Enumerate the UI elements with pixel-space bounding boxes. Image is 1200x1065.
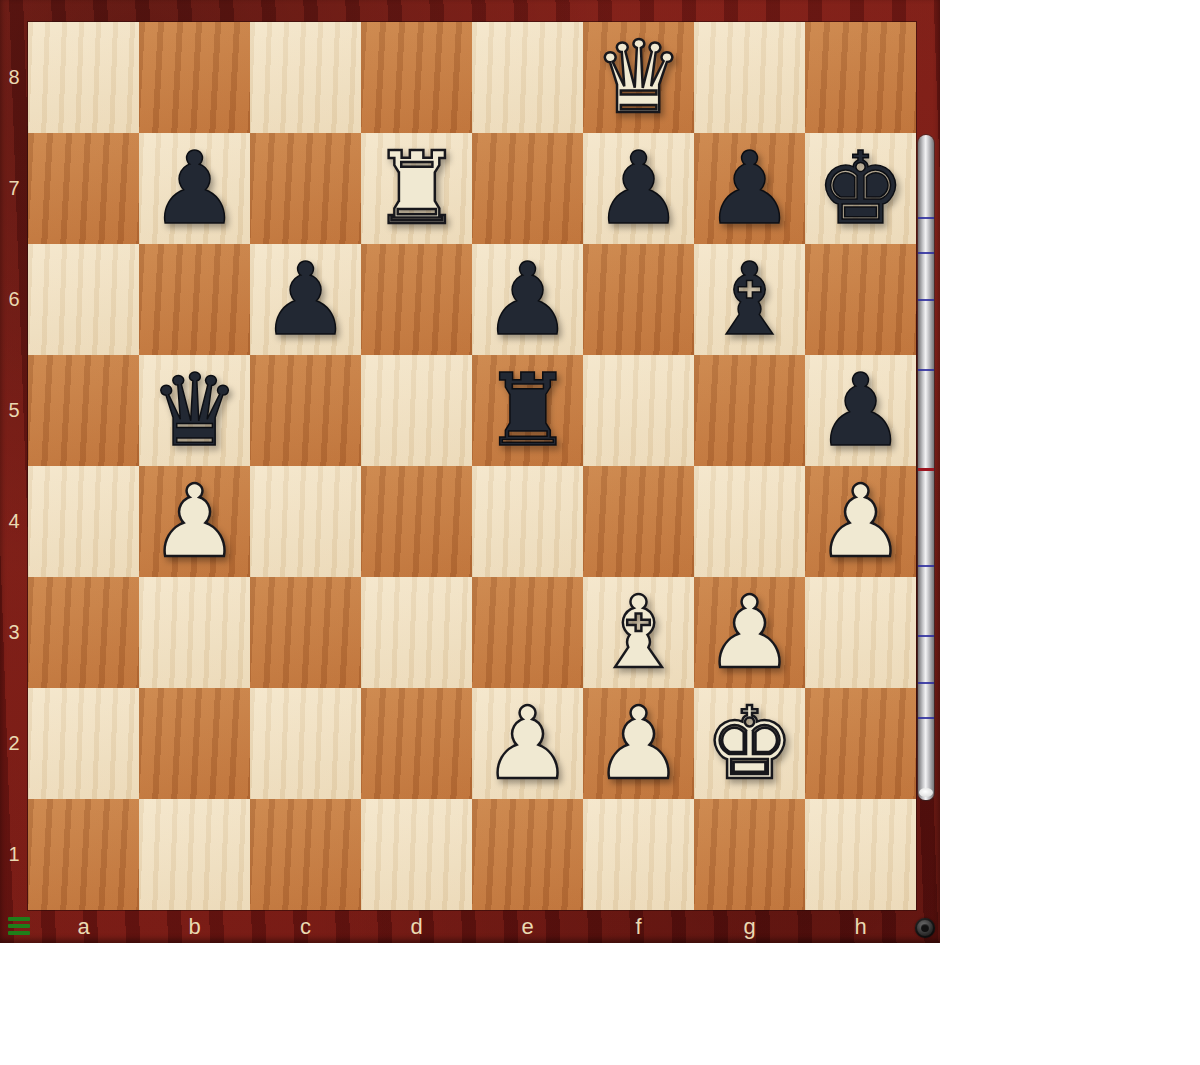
piece-black-pawn-h5[interactable]: ♟	[816, 361, 906, 461]
evaluation-tick	[918, 217, 934, 219]
square-h5[interactable]: ♟	[805, 355, 916, 466]
square-f8[interactable]: ♛	[583, 22, 694, 133]
square-c8[interactable]	[250, 22, 361, 133]
piece-white-pawn-h4[interactable]: ♟	[816, 472, 906, 572]
square-c2[interactable]	[250, 688, 361, 799]
square-h7[interactable]: ♚	[805, 133, 916, 244]
corner-knob-icon	[915, 918, 935, 938]
file-label-h: h	[805, 910, 916, 943]
square-h6[interactable]	[805, 244, 916, 355]
square-h3[interactable]	[805, 577, 916, 688]
file-label-e: e	[472, 910, 583, 943]
square-h8[interactable]	[805, 22, 916, 133]
square-c3[interactable]	[250, 577, 361, 688]
square-g2[interactable]: ♚	[694, 688, 805, 799]
hamburger-menu-icon[interactable]	[8, 917, 30, 935]
square-b5[interactable]: ♛	[139, 355, 250, 466]
square-h2[interactable]	[805, 688, 916, 799]
piece-black-pawn-b7[interactable]: ♟	[150, 139, 240, 239]
square-c5[interactable]	[250, 355, 361, 466]
square-f2[interactable]: ♟	[583, 688, 694, 799]
rank-label-8: 8	[0, 22, 28, 133]
evaluation-tick	[918, 682, 934, 684]
piece-black-rook-e5[interactable]: ♜	[483, 361, 573, 461]
piece-black-bishop-g6[interactable]: ♝	[705, 250, 795, 350]
square-c1[interactable]	[250, 799, 361, 910]
piece-black-king-h7[interactable]: ♚	[816, 139, 906, 239]
square-d8[interactable]	[361, 22, 472, 133]
rank-label-4: 4	[0, 466, 28, 577]
square-b4[interactable]: ♟	[139, 466, 250, 577]
square-b6[interactable]	[139, 244, 250, 355]
square-d2[interactable]	[361, 688, 472, 799]
file-label-d: d	[361, 910, 472, 943]
square-g4[interactable]	[694, 466, 805, 577]
square-h1[interactable]	[805, 799, 916, 910]
square-d7[interactable]: ♜	[361, 133, 472, 244]
square-g6[interactable]: ♝	[694, 244, 805, 355]
square-b7[interactable]: ♟	[139, 133, 250, 244]
square-b8[interactable]	[139, 22, 250, 133]
square-g5[interactable]	[694, 355, 805, 466]
square-d6[interactable]	[361, 244, 472, 355]
chess-app-frame: 87654321 ♛♟♜♟♟♚♟♟♝♛♜♟♟♟♝♟♟♟♚ abcdefgh	[0, 0, 940, 943]
file-label-f: f	[583, 910, 694, 943]
square-f7[interactable]: ♟	[583, 133, 694, 244]
file-label-a: a	[28, 910, 139, 943]
evaluation-tick	[918, 369, 934, 371]
rank-label-7: 7	[0, 133, 28, 244]
rank-label-6: 6	[0, 244, 28, 355]
square-g8[interactable]	[694, 22, 805, 133]
piece-white-bishop-f3[interactable]: ♝	[594, 583, 684, 683]
square-c6[interactable]: ♟	[250, 244, 361, 355]
rank-label-3: 3	[0, 577, 28, 688]
evaluation-tick	[918, 717, 934, 719]
evaluation-center-line	[918, 468, 934, 471]
square-d1[interactable]	[361, 799, 472, 910]
piece-white-pawn-e2[interactable]: ♟	[483, 694, 573, 794]
square-a5[interactable]	[28, 355, 139, 466]
square-a8[interactable]	[28, 22, 139, 133]
piece-white-rook-d7[interactable]: ♜	[372, 139, 462, 239]
square-a3[interactable]	[28, 577, 139, 688]
chess-board[interactable]: ♛♟♜♟♟♚♟♟♝♛♜♟♟♟♝♟♟♟♚	[28, 22, 916, 910]
piece-white-pawn-f2[interactable]: ♟	[594, 694, 684, 794]
square-a7[interactable]	[28, 133, 139, 244]
square-a2[interactable]	[28, 688, 139, 799]
square-a6[interactable]	[28, 244, 139, 355]
piece-black-pawn-c6[interactable]: ♟	[261, 250, 351, 350]
square-d3[interactable]	[361, 577, 472, 688]
square-f3[interactable]: ♝	[583, 577, 694, 688]
square-e2[interactable]: ♟	[472, 688, 583, 799]
square-e5[interactable]: ♜	[472, 355, 583, 466]
square-b2[interactable]	[139, 688, 250, 799]
hamburger-bar	[8, 931, 30, 935]
piece-black-queen-b5[interactable]: ♛	[150, 361, 240, 461]
evaluation-bar	[918, 135, 934, 800]
evaluation-tick	[918, 252, 934, 254]
piece-white-queen-f8[interactable]: ♛	[594, 28, 684, 128]
evaluation-tick	[918, 635, 934, 637]
evaluation-bar-bottom-cap	[919, 788, 933, 797]
evaluation-tick	[918, 299, 934, 301]
square-a4[interactable]	[28, 466, 139, 577]
piece-black-pawn-e6[interactable]: ♟	[483, 250, 573, 350]
square-f4[interactable]	[583, 466, 694, 577]
square-h4[interactable]: ♟	[805, 466, 916, 577]
square-g1[interactable]	[694, 799, 805, 910]
file-label-b: b	[139, 910, 250, 943]
rank-label-1: 1	[0, 799, 28, 910]
file-label-g: g	[694, 910, 805, 943]
piece-black-pawn-f7[interactable]: ♟	[594, 139, 684, 239]
square-f6[interactable]	[583, 244, 694, 355]
square-f5[interactable]	[583, 355, 694, 466]
hamburger-bar	[8, 924, 30, 928]
rank-label-5: 5	[0, 355, 28, 466]
square-c7[interactable]	[250, 133, 361, 244]
square-b3[interactable]	[139, 577, 250, 688]
square-e6[interactable]: ♟	[472, 244, 583, 355]
square-g7[interactable]: ♟	[694, 133, 805, 244]
square-d4[interactable]	[361, 466, 472, 577]
square-b1[interactable]	[139, 799, 250, 910]
square-f1[interactable]	[583, 799, 694, 910]
evaluation-tick	[918, 565, 934, 567]
file-label-c: c	[250, 910, 361, 943]
piece-white-king-g2[interactable]: ♚	[705, 694, 795, 794]
square-a1[interactable]	[28, 799, 139, 910]
square-e8[interactable]	[472, 22, 583, 133]
square-d5[interactable]	[361, 355, 472, 466]
square-g3[interactable]: ♟	[694, 577, 805, 688]
hamburger-bar	[8, 917, 30, 921]
piece-white-pawn-g3[interactable]: ♟	[705, 583, 795, 683]
square-e1[interactable]	[472, 799, 583, 910]
piece-white-pawn-b4[interactable]: ♟	[150, 472, 240, 572]
piece-black-pawn-g7[interactable]: ♟	[705, 139, 795, 239]
rank-labels: 87654321	[0, 22, 28, 910]
rank-label-2: 2	[0, 688, 28, 799]
square-c4[interactable]	[250, 466, 361, 577]
file-labels: abcdefgh	[28, 910, 916, 943]
square-e3[interactable]	[472, 577, 583, 688]
square-e7[interactable]	[472, 133, 583, 244]
square-e4[interactable]	[472, 466, 583, 577]
